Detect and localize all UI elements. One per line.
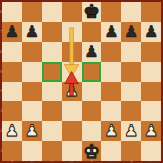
square-g2[interactable]: ♟ <box>121 121 141 141</box>
square-a3[interactable] <box>2 101 22 121</box>
square-h5[interactable] <box>141 62 161 82</box>
piece-white-pawn[interactable]: ♟ <box>25 123 39 139</box>
square-f3[interactable] <box>101 101 121 121</box>
square-f4[interactable] <box>101 82 121 102</box>
piece-white-pawn[interactable]: ♟ <box>104 123 118 139</box>
square-d5[interactable] <box>62 62 82 82</box>
square-h2[interactable]: ♟ <box>141 121 161 141</box>
square-b8[interactable] <box>22 2 42 22</box>
square-b1[interactable] <box>22 141 42 161</box>
square-e8[interactable]: ♚ <box>82 2 102 22</box>
square-e1[interactable]: ♚ <box>82 141 102 161</box>
square-d4[interactable]: ♟ <box>62 82 82 102</box>
square-a4[interactable] <box>2 82 22 102</box>
square-c7[interactable] <box>42 22 62 42</box>
square-c5[interactable] <box>42 62 62 82</box>
piece-black-pawn[interactable]: ♟ <box>25 24 39 40</box>
square-e6[interactable]: ♟ <box>82 42 102 62</box>
piece-black-king[interactable]: ♚ <box>83 2 100 21</box>
square-d3[interactable] <box>62 101 82 121</box>
square-b4[interactable] <box>22 82 42 102</box>
square-e3[interactable] <box>82 101 102 121</box>
square-f7[interactable]: ♟ <box>101 22 121 42</box>
square-g7[interactable]: ♟ <box>121 22 141 42</box>
square-b6[interactable] <box>22 42 42 62</box>
square-a8[interactable] <box>2 2 22 22</box>
square-a1[interactable] <box>2 141 22 161</box>
square-f6[interactable] <box>101 42 121 62</box>
piece-white-pawn[interactable]: ♟ <box>5 123 19 139</box>
square-c1[interactable] <box>42 141 62 161</box>
square-h7[interactable]: ♟ <box>141 22 161 42</box>
chess-board[interactable]: ♚♟♟♟♟♟♟♟♟♟♟♟♟♚ <box>2 2 161 161</box>
square-g8[interactable] <box>121 2 141 22</box>
square-c2[interactable] <box>42 121 62 141</box>
square-d1[interactable] <box>62 141 82 161</box>
square-d8[interactable] <box>62 2 82 22</box>
square-h1[interactable] <box>141 141 161 161</box>
piece-black-pawn[interactable]: ♟ <box>104 24 118 40</box>
square-e7[interactable] <box>82 22 102 42</box>
square-h6[interactable] <box>141 42 161 62</box>
piece-black-pawn[interactable]: ♟ <box>124 24 138 40</box>
square-b3[interactable] <box>22 101 42 121</box>
square-f2[interactable]: ♟ <box>101 121 121 141</box>
square-a2[interactable]: ♟ <box>2 121 22 141</box>
square-h3[interactable] <box>141 101 161 121</box>
square-c6[interactable] <box>42 42 62 62</box>
piece-white-king[interactable]: ♚ <box>83 142 100 161</box>
square-c4[interactable] <box>42 82 62 102</box>
square-e5[interactable] <box>82 62 102 82</box>
square-d6[interactable] <box>62 42 82 62</box>
square-e4[interactable] <box>82 82 102 102</box>
piece-black-pawn[interactable]: ♟ <box>5 24 19 40</box>
square-b5[interactable] <box>22 62 42 82</box>
piece-white-pawn[interactable]: ♟ <box>144 123 158 139</box>
square-g5[interactable] <box>121 62 141 82</box>
piece-white-pawn[interactable]: ♟ <box>124 123 138 139</box>
square-h8[interactable] <box>141 2 161 22</box>
square-f1[interactable] <box>101 141 121 161</box>
piece-white-pawn[interactable]: ♟ <box>64 83 78 99</box>
square-g3[interactable] <box>121 101 141 121</box>
square-d2[interactable] <box>62 121 82 141</box>
square-g4[interactable] <box>121 82 141 102</box>
square-c3[interactable] <box>42 101 62 121</box>
square-a6[interactable] <box>2 42 22 62</box>
square-e2[interactable] <box>82 121 102 141</box>
square-b7[interactable]: ♟ <box>22 22 42 42</box>
square-f5[interactable] <box>101 62 121 82</box>
chess-board-frame: ♚♟♟♟♟♟♟♟♟♟♟♟♟♚ 87654321abcdefgh <box>0 0 163 163</box>
square-c8[interactable] <box>42 2 62 22</box>
square-g6[interactable] <box>121 42 141 62</box>
square-b2[interactable]: ♟ <box>22 121 42 141</box>
square-d7[interactable] <box>62 22 82 42</box>
piece-black-pawn[interactable]: ♟ <box>84 44 98 60</box>
square-h4[interactable] <box>141 82 161 102</box>
square-g1[interactable] <box>121 141 141 161</box>
piece-black-pawn[interactable]: ♟ <box>144 24 158 40</box>
square-a7[interactable]: ♟ <box>2 22 22 42</box>
square-a5[interactable] <box>2 62 22 82</box>
square-f8[interactable] <box>101 2 121 22</box>
